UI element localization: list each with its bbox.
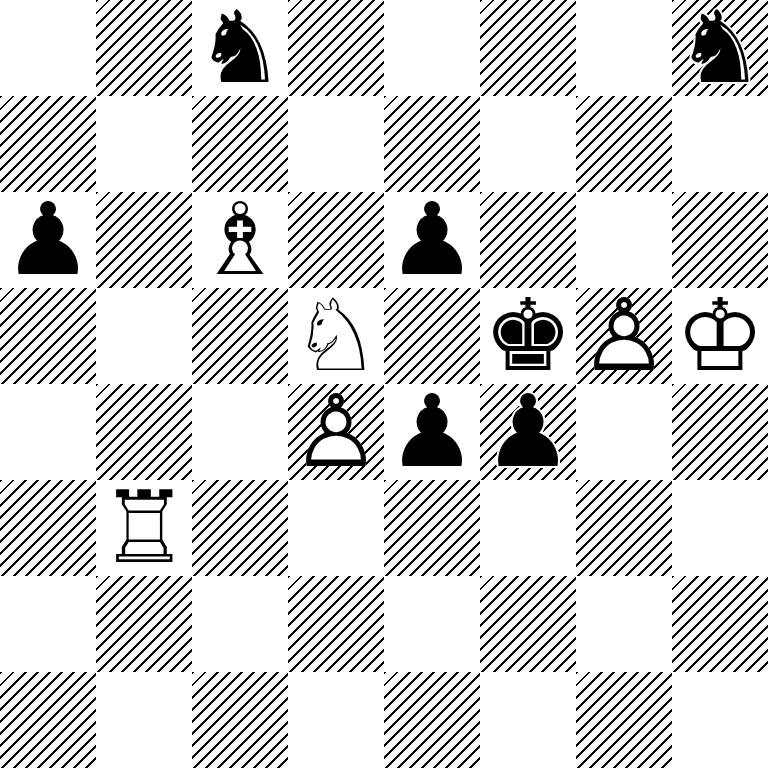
black-pawn-glyph: ♟ bbox=[0, 192, 96, 288]
black-pawn[interactable]: ♟ bbox=[384, 192, 480, 288]
square-a1[interactable] bbox=[0, 672, 96, 768]
white-pawn[interactable]: ♟♙ bbox=[576, 288, 672, 384]
black-king[interactable]: ♚ bbox=[480, 288, 576, 384]
square-c1[interactable] bbox=[192, 672, 288, 768]
square-b6[interactable] bbox=[96, 192, 192, 288]
square-f1[interactable] bbox=[480, 672, 576, 768]
white-pawn-glyph: ♙ bbox=[288, 384, 384, 480]
black-pawn[interactable]: ♟ bbox=[384, 384, 480, 480]
white-pawn[interactable]: ♟♙ bbox=[288, 384, 384, 480]
square-a2[interactable] bbox=[0, 576, 96, 672]
square-f5[interactable]: ♚ bbox=[480, 288, 576, 384]
square-c2[interactable] bbox=[192, 576, 288, 672]
black-king-glyph: ♚ bbox=[480, 288, 576, 384]
square-e1[interactable] bbox=[384, 672, 480, 768]
square-b5[interactable] bbox=[96, 288, 192, 384]
square-c5[interactable] bbox=[192, 288, 288, 384]
square-a4[interactable] bbox=[0, 384, 96, 480]
black-knight-glyph: ♞ bbox=[672, 0, 768, 96]
square-f4[interactable]: ♟ bbox=[480, 384, 576, 480]
square-g3[interactable] bbox=[576, 480, 672, 576]
square-h4[interactable] bbox=[672, 384, 768, 480]
black-knight-glyph: ♞ bbox=[192, 0, 288, 96]
square-h8[interactable]: ♞ bbox=[672, 0, 768, 96]
square-b7[interactable] bbox=[96, 96, 192, 192]
square-c6[interactable]: ♝♗ bbox=[192, 192, 288, 288]
square-g8[interactable] bbox=[576, 0, 672, 96]
white-rook[interactable]: ♜♖ bbox=[96, 480, 192, 576]
square-b1[interactable] bbox=[96, 672, 192, 768]
white-knight[interactable]: ♞♘ bbox=[288, 288, 384, 384]
chess-board: ♞♞♟♝♗♟♞♘♚♟♙♚♔♟♙♟♟♜♖ bbox=[0, 0, 768, 768]
square-a3[interactable] bbox=[0, 480, 96, 576]
black-pawn[interactable]: ♟ bbox=[0, 192, 96, 288]
black-knight[interactable]: ♞ bbox=[192, 0, 288, 96]
square-c4[interactable] bbox=[192, 384, 288, 480]
square-h5[interactable]: ♚♔ bbox=[672, 288, 768, 384]
square-f7[interactable] bbox=[480, 96, 576, 192]
square-h7[interactable] bbox=[672, 96, 768, 192]
square-d4[interactable]: ♟♙ bbox=[288, 384, 384, 480]
square-c7[interactable] bbox=[192, 96, 288, 192]
square-d1[interactable] bbox=[288, 672, 384, 768]
square-g5[interactable]: ♟♙ bbox=[576, 288, 672, 384]
square-c3[interactable] bbox=[192, 480, 288, 576]
square-e6[interactable]: ♟ bbox=[384, 192, 480, 288]
square-g6[interactable] bbox=[576, 192, 672, 288]
square-e3[interactable] bbox=[384, 480, 480, 576]
square-d8[interactable] bbox=[288, 0, 384, 96]
square-e5[interactable] bbox=[384, 288, 480, 384]
square-b2[interactable] bbox=[96, 576, 192, 672]
square-e7[interactable] bbox=[384, 96, 480, 192]
square-d7[interactable] bbox=[288, 96, 384, 192]
square-h6[interactable] bbox=[672, 192, 768, 288]
square-a6[interactable]: ♟ bbox=[0, 192, 96, 288]
square-f8[interactable] bbox=[480, 0, 576, 96]
black-pawn-glyph: ♟ bbox=[384, 384, 480, 480]
square-f3[interactable] bbox=[480, 480, 576, 576]
white-pawn-glyph: ♙ bbox=[576, 288, 672, 384]
white-bishop[interactable]: ♝♗ bbox=[192, 192, 288, 288]
white-knight-glyph: ♘ bbox=[288, 288, 384, 384]
square-g2[interactable] bbox=[576, 576, 672, 672]
square-e8[interactable] bbox=[384, 0, 480, 96]
square-e2[interactable] bbox=[384, 576, 480, 672]
black-pawn[interactable]: ♟ bbox=[480, 384, 576, 480]
white-king[interactable]: ♚♔ bbox=[672, 288, 768, 384]
square-e4[interactable]: ♟ bbox=[384, 384, 480, 480]
white-bishop-glyph: ♗ bbox=[192, 192, 288, 288]
square-f6[interactable] bbox=[480, 192, 576, 288]
white-king-glyph: ♔ bbox=[672, 288, 768, 384]
square-g1[interactable] bbox=[576, 672, 672, 768]
square-d3[interactable] bbox=[288, 480, 384, 576]
square-b4[interactable] bbox=[96, 384, 192, 480]
black-pawn-glyph: ♟ bbox=[384, 192, 480, 288]
black-knight[interactable]: ♞ bbox=[672, 0, 768, 96]
square-g7[interactable] bbox=[576, 96, 672, 192]
square-d2[interactable] bbox=[288, 576, 384, 672]
square-b8[interactable] bbox=[96, 0, 192, 96]
square-a7[interactable] bbox=[0, 96, 96, 192]
square-a5[interactable] bbox=[0, 288, 96, 384]
square-d5[interactable]: ♞♘ bbox=[288, 288, 384, 384]
square-b3[interactable]: ♜♖ bbox=[96, 480, 192, 576]
square-f2[interactable] bbox=[480, 576, 576, 672]
black-pawn-glyph: ♟ bbox=[480, 384, 576, 480]
square-h2[interactable] bbox=[672, 576, 768, 672]
square-c8[interactable]: ♞ bbox=[192, 0, 288, 96]
square-h1[interactable] bbox=[672, 672, 768, 768]
square-g4[interactable] bbox=[576, 384, 672, 480]
square-h3[interactable] bbox=[672, 480, 768, 576]
square-d6[interactable] bbox=[288, 192, 384, 288]
square-a8[interactable] bbox=[0, 0, 96, 96]
white-rook-glyph: ♖ bbox=[96, 480, 192, 576]
